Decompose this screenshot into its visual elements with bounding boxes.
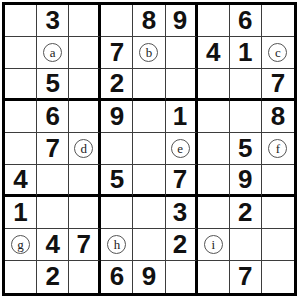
given-digit: 4: [45, 231, 59, 257]
circled-letter-g: g: [11, 235, 30, 254]
given-digit: 9: [110, 103, 124, 129]
sudoku-grid: 3896a7b41c52769187de5f4579132g47h2i2697: [2, 2, 297, 296]
cell-r5c1[interactable]: [5, 133, 37, 165]
cell-r7c1[interactable]: 1: [5, 197, 37, 229]
cell-r6c4[interactable]: 5: [101, 165, 133, 197]
cell-r1c4[interactable]: [101, 5, 133, 37]
cell-r1c1[interactable]: [5, 5, 37, 37]
circled-letter-h: h: [107, 235, 126, 254]
circled-letter-d: d: [74, 139, 93, 158]
cell-r1c2[interactable]: 3: [37, 5, 69, 37]
cell-r2c1[interactable]: [5, 37, 37, 69]
cell-r3c6[interactable]: [166, 69, 198, 101]
given-digit: 1: [238, 39, 252, 65]
cell-r4c7[interactable]: [198, 101, 230, 133]
cell-r9c1[interactable]: [5, 261, 37, 293]
cell-r6c8[interactable]: 9: [230, 165, 262, 197]
cell-r6c7[interactable]: [198, 165, 230, 197]
cell-r8c7[interactable]: i: [198, 229, 230, 261]
cell-r8c4[interactable]: h: [101, 229, 133, 261]
cell-r1c6[interactable]: 9: [166, 5, 198, 37]
cell-r3c2[interactable]: 5: [37, 69, 69, 101]
cell-r6c6[interactable]: 7: [166, 165, 198, 197]
given-digit: 2: [45, 263, 59, 289]
cell-r7c2[interactable]: [37, 197, 69, 229]
given-digit: 1: [13, 199, 27, 225]
cell-r8c2[interactable]: 4: [37, 229, 69, 261]
cell-r5c4[interactable]: [101, 133, 133, 165]
given-digit: 5: [45, 70, 59, 96]
cell-r9c8[interactable]: 7: [230, 261, 262, 293]
cell-r2c2[interactable]: a: [37, 37, 69, 69]
cell-r6c3[interactable]: [69, 165, 101, 197]
cell-r7c7[interactable]: [198, 197, 230, 229]
given-digit: 2: [173, 231, 187, 257]
given-digit: 7: [173, 166, 187, 192]
given-digit: 6: [110, 263, 124, 289]
given-digit: 7: [110, 39, 124, 65]
cell-r3c5[interactable]: [133, 69, 165, 101]
cell-r8c5[interactable]: [133, 229, 165, 261]
cell-r7c6[interactable]: 3: [166, 197, 198, 229]
cell-r7c4[interactable]: [101, 197, 133, 229]
cell-r2c7[interactable]: 4: [198, 37, 230, 69]
given-digit: 1: [173, 103, 187, 129]
given-digit: 7: [271, 70, 285, 96]
cell-r4c1[interactable]: [5, 101, 37, 133]
cell-r5c2[interactable]: 7: [37, 133, 69, 165]
cell-r8c8[interactable]: [230, 229, 262, 261]
given-digit: 5: [110, 166, 124, 192]
cell-r5c8[interactable]: 5: [230, 133, 262, 165]
cell-r9c4[interactable]: 6: [101, 261, 133, 293]
cell-r6c9[interactable]: [262, 165, 294, 197]
cell-r7c8[interactable]: 2: [230, 197, 262, 229]
circled-letter-b: b: [139, 43, 158, 62]
cell-r9c2[interactable]: 2: [37, 261, 69, 293]
cell-r7c5[interactable]: [133, 197, 165, 229]
cell-r3c7[interactable]: [198, 69, 230, 101]
cell-r4c4[interactable]: 9: [101, 101, 133, 133]
cell-r3c4[interactable]: 2: [101, 69, 133, 101]
cell-r8c6[interactable]: 2: [166, 229, 198, 261]
cell-r2c3[interactable]: [69, 37, 101, 69]
cell-r9c7[interactable]: [198, 261, 230, 293]
cell-r2c8[interactable]: 1: [230, 37, 262, 69]
given-digit: 9: [173, 7, 187, 33]
given-digit: 9: [142, 263, 156, 289]
given-digit: 8: [142, 7, 156, 33]
given-digit: 9: [238, 166, 252, 192]
cell-r4c2[interactable]: 6: [37, 101, 69, 133]
given-digit: 6: [238, 7, 252, 33]
given-digit: 4: [206, 39, 220, 65]
given-digit: 2: [238, 199, 252, 225]
cell-r4c6[interactable]: 1: [166, 101, 198, 133]
given-digit: 7: [77, 231, 91, 257]
cell-r9c6[interactable]: [166, 261, 198, 293]
given-digit: 7: [45, 135, 59, 161]
cell-r7c9[interactable]: [262, 197, 294, 229]
cell-r4c9[interactable]: 8: [262, 101, 294, 133]
cell-r4c3[interactable]: [69, 101, 101, 133]
given-digit: 5: [238, 135, 252, 161]
circled-letter-i: i: [204, 235, 223, 254]
cell-r8c1[interactable]: g: [5, 229, 37, 261]
cell-r1c9[interactable]: [262, 5, 294, 37]
given-digit: 6: [45, 103, 59, 129]
given-digit: 2: [110, 70, 124, 96]
cell-r5c9[interactable]: f: [262, 133, 294, 165]
circled-letter-e: e: [171, 139, 190, 158]
cell-r3c1[interactable]: [5, 69, 37, 101]
cell-r2c6[interactable]: [166, 37, 198, 69]
cell-r1c7[interactable]: [198, 5, 230, 37]
cell-r6c2[interactable]: [37, 165, 69, 197]
cell-r5c3[interactable]: d: [69, 133, 101, 165]
cell-r5c7[interactable]: [198, 133, 230, 165]
cell-r4c5[interactable]: [133, 101, 165, 133]
cell-r6c5[interactable]: [133, 165, 165, 197]
cell-r4c8[interactable]: [230, 101, 262, 133]
cell-r9c3[interactable]: [69, 261, 101, 293]
cell-r1c3[interactable]: [69, 5, 101, 37]
cell-r5c6[interactable]: e: [166, 133, 198, 165]
cell-r5c5[interactable]: [133, 133, 165, 165]
cell-r9c9[interactable]: [262, 261, 294, 293]
given-digit: 8: [271, 103, 285, 129]
cell-r6c1[interactable]: 4: [5, 165, 37, 197]
given-digit: 4: [13, 166, 27, 192]
cell-r3c3[interactable]: [69, 69, 101, 101]
cell-r7c3[interactable]: [69, 197, 101, 229]
given-digit: 7: [238, 263, 252, 289]
given-digit: 3: [45, 7, 59, 33]
circled-letter-a: a: [43, 43, 62, 62]
cell-r2c9[interactable]: c: [262, 37, 294, 69]
cell-r2c5[interactable]: b: [133, 37, 165, 69]
circled-letter-f: f: [268, 139, 287, 158]
cell-r3c8[interactable]: [230, 69, 262, 101]
given-digit: 3: [173, 199, 187, 225]
cell-r3c9[interactable]: 7: [262, 69, 294, 101]
cell-r8c9[interactable]: [262, 229, 294, 261]
cell-r1c8[interactable]: 6: [230, 5, 262, 37]
cell-r1c5[interactable]: 8: [133, 5, 165, 37]
cell-r9c5[interactable]: 9: [133, 261, 165, 293]
circled-letter-c: c: [268, 43, 287, 62]
cell-r8c3[interactable]: 7: [69, 229, 101, 261]
cell-r2c4[interactable]: 7: [101, 37, 133, 69]
